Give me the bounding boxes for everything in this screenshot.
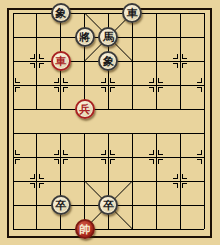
point-marker	[97, 145, 121, 169]
piece-black-elephant-center[interactable]: 象	[98, 51, 118, 71]
point-marker	[168, 169, 192, 193]
point-marker	[192, 145, 216, 169]
point-marker	[97, 73, 121, 97]
point-marker	[25, 49, 49, 73]
piece-black-general[interactable]: 將	[75, 27, 95, 47]
point-marker	[25, 169, 49, 193]
point-marker	[49, 73, 73, 97]
point-marker	[144, 73, 168, 97]
point-marker	[1, 145, 25, 169]
point-marker	[168, 49, 192, 73]
xiangqi-app: 象車將馬車象兵卒卒帥	[0, 0, 220, 245]
point-marker	[49, 145, 73, 169]
piece-black-chariot[interactable]: 車	[122, 3, 142, 23]
piece-red-general[interactable]: 帥	[75, 219, 95, 239]
piece-black-horse[interactable]: 馬	[98, 27, 118, 47]
piece-black-elephant-left[interactable]: 象	[51, 3, 71, 23]
xiangqi-board[interactable]: 象車將馬車象兵卒卒帥	[1, 1, 216, 241]
point-marker	[192, 73, 216, 97]
piece-red-chariot[interactable]: 車	[51, 51, 71, 71]
piece-black-soldier-right[interactable]: 卒	[98, 195, 118, 215]
piece-black-soldier-left[interactable]: 卒	[51, 195, 71, 215]
piece-red-soldier[interactable]: 兵	[75, 99, 95, 119]
point-marker	[144, 145, 168, 169]
point-marker	[1, 73, 25, 97]
